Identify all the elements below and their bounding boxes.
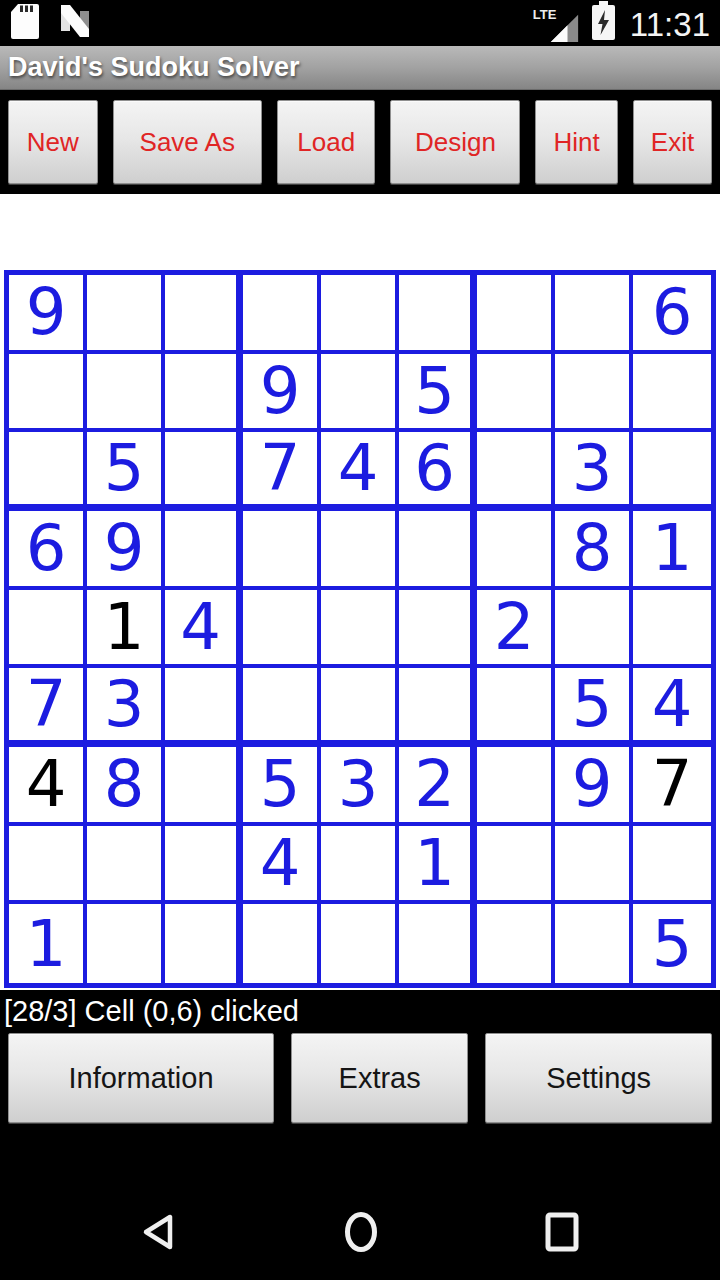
cell-r7-c1[interactable]: [87, 826, 165, 905]
information-button[interactable]: Information: [8, 1033, 274, 1123]
cell-r8-c2[interactable]: [165, 904, 243, 983]
cell-r3-c3[interactable]: [243, 511, 321, 590]
status-text: [28/3] Cell (0,6) clicked: [4, 995, 299, 1028]
cell-r2-c3[interactable]: 7: [243, 432, 321, 511]
cell-r4-c8[interactable]: [633, 590, 711, 669]
cell-r7-c3[interactable]: 4: [243, 826, 321, 905]
cell-r1-c8[interactable]: [633, 354, 711, 433]
recents-icon[interactable]: [544, 1212, 580, 1252]
cell-r4-c3[interactable]: [243, 590, 321, 669]
top-toolbar: New Save As Load Design Hint Exit: [0, 90, 720, 194]
cell-r8-c7[interactable]: [555, 904, 633, 983]
cell-r4-c6[interactable]: 2: [477, 590, 555, 669]
status-bar-right: LTE 11:31: [533, 1, 710, 45]
cell-r1-c3[interactable]: 9: [243, 354, 321, 433]
cell-r5-c2[interactable]: [165, 668, 243, 747]
exit-button[interactable]: Exit: [633, 100, 712, 184]
sd-card-icon: [10, 3, 40, 44]
cell-r3-c6[interactable]: [477, 511, 555, 590]
cell-r7-c4[interactable]: [321, 826, 399, 905]
cell-r2-c8[interactable]: [633, 432, 711, 511]
cell-r4-c4[interactable]: [321, 590, 399, 669]
title-bar: David's Sudoku Solver: [0, 46, 720, 90]
new-button[interactable]: New: [8, 100, 98, 184]
cell-r7-c0[interactable]: [9, 826, 87, 905]
cell-r4-c2[interactable]: 4: [165, 590, 243, 669]
load-button[interactable]: Load: [277, 100, 375, 184]
back-icon[interactable]: [140, 1212, 178, 1252]
cell-r4-c5[interactable]: [399, 590, 477, 669]
cell-r5-c5[interactable]: [399, 668, 477, 747]
cell-r2-c4[interactable]: 4: [321, 432, 399, 511]
cell-r6-c1[interactable]: 8: [87, 747, 165, 826]
cell-r6-c8[interactable]: 7: [633, 747, 711, 826]
cell-r3-c5[interactable]: [399, 511, 477, 590]
cell-r8-c8[interactable]: 5: [633, 904, 711, 983]
cell-r8-c0[interactable]: 1: [9, 904, 87, 983]
board-area: 9695574636981142735448532974115: [0, 194, 720, 990]
cell-r0-c5[interactable]: [399, 275, 477, 354]
cell-r6-c3[interactable]: 5: [243, 747, 321, 826]
cell-r0-c6[interactable]: [477, 275, 555, 354]
battery-charging-icon: [591, 1, 616, 45]
cell-r8-c4[interactable]: [321, 904, 399, 983]
cell-r6-c5[interactable]: 2: [399, 747, 477, 826]
cell-r3-c7[interactable]: 8: [555, 511, 633, 590]
cell-r7-c8[interactable]: [633, 826, 711, 905]
status-bar-left: [10, 3, 94, 44]
cell-r7-c5[interactable]: 1: [399, 826, 477, 905]
cell-r2-c2[interactable]: [165, 432, 243, 511]
cell-r4-c1[interactable]: 1: [87, 590, 165, 669]
hint-button[interactable]: Hint: [535, 100, 618, 184]
cell-r5-c1[interactable]: 3: [87, 668, 165, 747]
cell-r8-c6[interactable]: [477, 904, 555, 983]
cell-r5-c4[interactable]: [321, 668, 399, 747]
design-button[interactable]: Design: [390, 100, 520, 184]
cell-r7-c6[interactable]: [477, 826, 555, 905]
cell-r6-c7[interactable]: 9: [555, 747, 633, 826]
cell-r1-c4[interactable]: [321, 354, 399, 433]
cell-r4-c7[interactable]: [555, 590, 633, 669]
cell-r8-c1[interactable]: [87, 904, 165, 983]
cell-r1-c6[interactable]: [477, 354, 555, 433]
cell-r6-c6[interactable]: [477, 747, 555, 826]
cell-r0-c8[interactable]: 6: [633, 275, 711, 354]
cell-r3-c2[interactable]: [165, 511, 243, 590]
extras-button[interactable]: Extras: [291, 1033, 468, 1123]
cell-r8-c5[interactable]: [399, 904, 477, 983]
cell-r1-c7[interactable]: [555, 354, 633, 433]
black-filler: [0, 1124, 720, 1184]
cell-r1-c1[interactable]: [87, 354, 165, 433]
clock: 11:31: [630, 5, 710, 45]
sudoku-grid: 9695574636981142735448532974115: [4, 270, 716, 988]
cell-r4-c0[interactable]: [9, 590, 87, 669]
cell-r5-c8[interactable]: 4: [633, 668, 711, 747]
cell-r2-c0[interactable]: [9, 432, 87, 511]
cell-r5-c0[interactable]: 7: [9, 668, 87, 747]
cell-r3-c4[interactable]: [321, 511, 399, 590]
android-nav-bar: [0, 1184, 720, 1280]
cell-r3-c8[interactable]: 1: [633, 511, 711, 590]
cell-r0-c1[interactable]: [87, 275, 165, 354]
cell-r0-c2[interactable]: [165, 275, 243, 354]
cell-r5-c7[interactable]: 5: [555, 668, 633, 747]
cell-r8-c3[interactable]: [243, 904, 321, 983]
cell-r2-c7[interactable]: 3: [555, 432, 633, 511]
status-bar: LTE 11:31: [0, 0, 720, 46]
signal-triangle-icon: LTE: [533, 5, 581, 45]
cell-r0-c3[interactable]: [243, 275, 321, 354]
bottom-toolbar: Information Extras Settings: [0, 1032, 720, 1124]
cell-r6-c4[interactable]: 3: [321, 747, 399, 826]
cell-r2-c5[interactable]: 6: [399, 432, 477, 511]
cell-r2-c1[interactable]: 5: [87, 432, 165, 511]
cell-r2-c6[interactable]: [477, 432, 555, 511]
cell-r7-c2[interactable]: [165, 826, 243, 905]
cell-r0-c4[interactable]: [321, 275, 399, 354]
save-as-button[interactable]: Save As: [113, 100, 262, 184]
cell-r0-c0[interactable]: 9: [9, 275, 87, 354]
cell-r1-c0[interactable]: [9, 354, 87, 433]
cell-r6-c0[interactable]: 4: [9, 747, 87, 826]
cell-r1-c5[interactable]: 5: [399, 354, 477, 433]
nougat-n-icon: [56, 3, 94, 43]
screen: LTE 11:31 David's Sudoku Solver New Save…: [0, 0, 720, 1280]
cell-r1-c2[interactable]: [165, 354, 243, 433]
app-title: David's Sudoku Solver: [8, 52, 300, 83]
home-icon[interactable]: [343, 1211, 379, 1253]
cell-r7-c7[interactable]: [555, 826, 633, 905]
cell-r3-c0[interactable]: 6: [9, 511, 87, 590]
cell-r6-c2[interactable]: [165, 747, 243, 826]
cell-r5-c6[interactable]: [477, 668, 555, 747]
cell-r5-c3[interactable]: [243, 668, 321, 747]
cell-r0-c7[interactable]: [555, 275, 633, 354]
settings-button[interactable]: Settings: [485, 1033, 712, 1123]
status-line: [28/3] Cell (0,6) clicked: [0, 990, 720, 1032]
cell-r3-c1[interactable]: 9: [87, 511, 165, 590]
